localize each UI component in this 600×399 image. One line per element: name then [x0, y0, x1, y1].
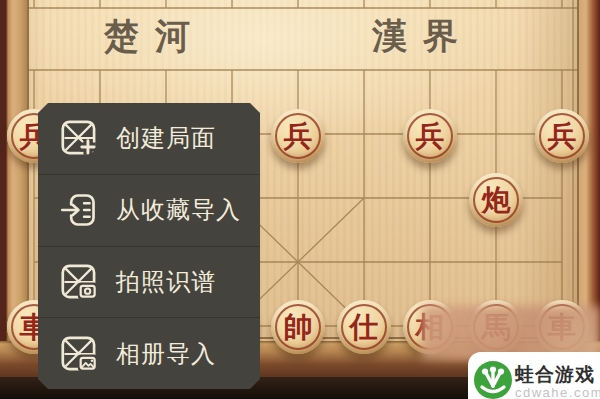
- menu-item-photo-recognize[interactable]: 拍照识谱: [38, 246, 260, 318]
- menu-item-label: 创建局面: [116, 122, 216, 154]
- piece-red-兵[interactable]: 兵: [535, 109, 589, 163]
- river-text-chu-he: 楚河: [104, 16, 206, 58]
- piece-character: 兵: [535, 109, 589, 163]
- watermark-url: cdwahe.com: [515, 385, 600, 399]
- board-setup-context-menu: 创建局面 从收藏导入: [38, 103, 260, 389]
- photo-recognize-icon: [59, 262, 99, 302]
- piece-character: 兵: [271, 109, 325, 163]
- piece-character: 仕: [337, 300, 391, 354]
- piece-character: 炮: [469, 173, 523, 227]
- piece-character: 帥: [271, 300, 325, 354]
- menu-item-label: 相册导入: [116, 338, 216, 370]
- piece-red-兵[interactable]: 兵: [271, 109, 325, 163]
- menu-item-label: 拍照识谱: [116, 266, 216, 298]
- watermark-badge: 蛙合游戏 cdwahe.com: [468, 352, 600, 399]
- menu-item-create-position[interactable]: 创建局面: [38, 103, 260, 174]
- frog-logo-icon: [473, 360, 513, 399]
- piece-red-炮[interactable]: 炮: [469, 173, 523, 227]
- piece-red-兵[interactable]: 兵: [403, 109, 457, 163]
- menu-item-import-favorites[interactable]: 从收藏导入: [38, 174, 260, 246]
- xiangqi-app-screen: 楚河 漢界 兵兵兵兵兵炮炮車馬相仕帥仕相馬車 创建局面: [0, 0, 600, 399]
- import-favorites-icon: [59, 190, 99, 230]
- watermark-title: 蛙合游戏: [515, 365, 600, 385]
- create-board-icon: [59, 118, 99, 158]
- river-text-han-jie: 漢界: [372, 16, 474, 58]
- menu-item-album-import[interactable]: 相册导入: [38, 317, 260, 389]
- piece-character: 兵: [403, 109, 457, 163]
- piece-red-帥[interactable]: 帥: [271, 300, 325, 354]
- piece-red-仕[interactable]: 仕: [337, 300, 391, 354]
- album-import-icon: [59, 334, 99, 374]
- menu-item-label: 从收藏导入: [116, 194, 241, 226]
